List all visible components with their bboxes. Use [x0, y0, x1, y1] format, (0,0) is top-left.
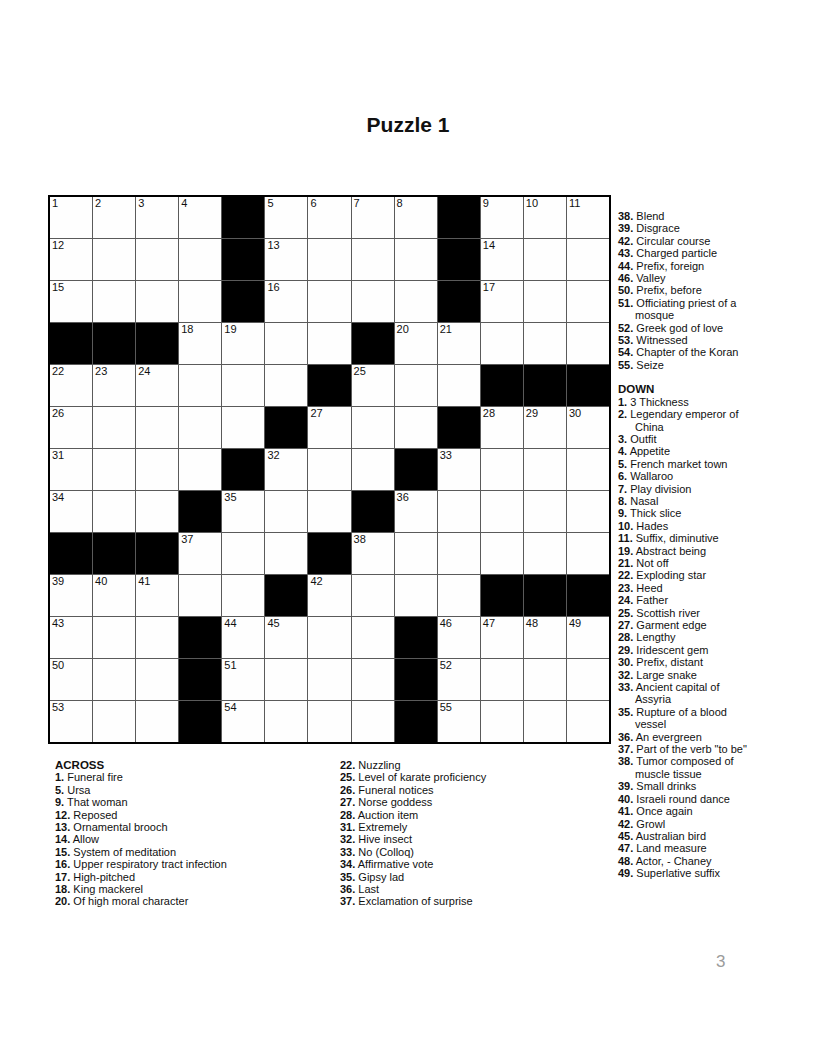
clue-number: 27. [340, 796, 355, 808]
clue-item: 2. Legendary emperor of China [618, 408, 756, 433]
grid-cell[interactable]: 55 [438, 701, 480, 742]
black-cell [136, 533, 178, 574]
grid-cell[interactable] [352, 449, 394, 490]
clue-number: 27. [618, 619, 633, 631]
black-cell [136, 323, 178, 364]
cell-clue-number: 26 [52, 407, 64, 420]
black-cell [524, 575, 566, 616]
grid-cell[interactable] [438, 575, 480, 616]
grid-cell[interactable]: 15 [50, 281, 92, 322]
grid-cell[interactable] [265, 533, 307, 574]
clue-item: 33. Ancient capital of Assyria [618, 681, 756, 706]
grid-cell[interactable] [395, 239, 437, 280]
grid-cell[interactable] [524, 281, 566, 322]
clue-number: 40. [618, 793, 633, 805]
clue-number: 37. [340, 895, 355, 907]
grid-cell[interactable] [136, 659, 178, 700]
grid-cell[interactable]: 21 [438, 323, 480, 364]
grid-cell[interactable] [438, 365, 480, 406]
grid-cell[interactable] [136, 449, 178, 490]
grid-cell[interactable] [524, 491, 566, 532]
grid-cell[interactable]: 49 [567, 617, 609, 658]
grid-cell[interactable] [352, 575, 394, 616]
cell-clue-number: 29 [526, 407, 538, 420]
grid-cell[interactable]: 31 [50, 449, 92, 490]
grid-cell[interactable]: 1 [50, 197, 92, 238]
clue-item: 9. Thick slice [618, 507, 756, 519]
black-cell [395, 617, 437, 658]
clue-number: 38. [618, 755, 633, 767]
grid-cell[interactable]: 7 [352, 197, 394, 238]
clue-number: 35. [618, 706, 633, 718]
grid-cell[interactable]: 30 [567, 407, 609, 448]
grid-cell[interactable] [222, 533, 264, 574]
cell-clue-number: 8 [397, 197, 403, 210]
cell-clue-number: 35 [224, 491, 236, 504]
grid-cell[interactable] [308, 617, 350, 658]
grid-cell[interactable] [179, 449, 221, 490]
grid-cell[interactable]: 46 [438, 617, 480, 658]
grid-cell[interactable] [179, 281, 221, 322]
cell-clue-number: 55 [440, 701, 452, 714]
grid-cell[interactable]: 4 [179, 197, 221, 238]
black-cell [308, 365, 350, 406]
grid-cell[interactable]: 50 [50, 659, 92, 700]
clue-number: 43. [618, 247, 633, 259]
clue-number: 33. [340, 846, 355, 858]
grid-cell[interactable] [93, 617, 135, 658]
grid-cell[interactable] [93, 491, 135, 532]
grid-cell[interactable]: 9 [481, 197, 523, 238]
clue-item: 28. Lengthy [618, 631, 756, 643]
grid-cell[interactable] [395, 575, 437, 616]
clue-item: 12. Reposed [55, 809, 337, 821]
black-cell [567, 365, 609, 406]
cell-clue-number: 4 [181, 197, 187, 210]
clue-number: 18. [55, 883, 70, 895]
clue-number: 15. [55, 846, 70, 858]
clue-number: 19. [618, 545, 633, 557]
clue-item: 34. Affirmative vote [340, 858, 610, 870]
clue-item: 40. Israeli round dance [618, 793, 756, 805]
clue-item: 13. Ornamental brooch [55, 821, 337, 833]
clue-number: 39. [618, 780, 633, 792]
grid-cell[interactable]: 45 [265, 617, 307, 658]
black-cell [50, 323, 92, 364]
clue-number: 42. [618, 235, 633, 247]
clue-number: 52. [618, 322, 633, 334]
grid-cell[interactable] [308, 491, 350, 532]
grid-cell[interactable]: 8 [395, 197, 437, 238]
clue-item: 15. System of meditation [55, 846, 337, 858]
clue-item: 35. Gipsy lad [340, 871, 610, 883]
grid-cell[interactable] [136, 407, 178, 448]
clue-number: 47. [618, 842, 633, 854]
black-cell [93, 533, 135, 574]
clue-number: 2. [618, 408, 627, 420]
grid-cell[interactable] [395, 407, 437, 448]
cell-clue-number: 33 [440, 449, 452, 462]
cell-clue-number: 22 [52, 365, 64, 378]
cell-clue-number: 28 [483, 407, 495, 420]
grid-cell[interactable]: 42 [308, 575, 350, 616]
clue-number: 10. [618, 520, 633, 532]
cell-clue-number: 20 [397, 323, 409, 336]
cell-clue-number: 40 [95, 575, 107, 588]
clue-item: 36. Last [340, 883, 610, 895]
grid-cell[interactable] [265, 659, 307, 700]
right-clue-column: 38. Blend39. Disgrace42. Circular course… [618, 210, 756, 880]
clue-item: 41. Once again [618, 805, 756, 817]
black-cell [481, 575, 523, 616]
grid-cell[interactable] [136, 491, 178, 532]
black-cell [222, 197, 264, 238]
across-header: ACROSS [55, 759, 337, 771]
cell-clue-number: 11 [569, 197, 580, 210]
grid-cell[interactable] [524, 701, 566, 742]
grid-cell[interactable] [352, 239, 394, 280]
across-clue-list-1: 1. Funeral fire5. Ursa9. That woman12. R… [55, 771, 337, 907]
grid-cell[interactable] [93, 239, 135, 280]
grid-cell[interactable] [136, 239, 178, 280]
clue-item: 55. Seize [618, 359, 756, 371]
cell-clue-number: 30 [569, 407, 581, 420]
clue-item: 27. Garment edge [618, 619, 756, 631]
clue-number: 29. [618, 644, 633, 656]
clue-item: 37. Exclamation of surprise [340, 895, 610, 907]
grid-cell[interactable]: 40 [93, 575, 135, 616]
grid-cell[interactable] [567, 323, 609, 364]
cell-clue-number: 2 [95, 197, 101, 210]
grid-cell[interactable] [481, 659, 523, 700]
grid-cell[interactable]: 14 [481, 239, 523, 280]
cell-clue-number: 49 [569, 617, 581, 630]
black-cell [567, 575, 609, 616]
clue-item: 53. Witnessed [618, 334, 756, 346]
clue-number: 17. [55, 871, 70, 883]
grid-cell[interactable]: 17 [481, 281, 523, 322]
clue-item: 11. Suffix, diminutive [618, 532, 756, 544]
grid-cell[interactable] [524, 659, 566, 700]
grid-cell[interactable] [524, 323, 566, 364]
cell-clue-number: 18 [181, 323, 193, 336]
grid-cell[interactable]: 26 [50, 407, 92, 448]
grid-cell[interactable]: 11 [567, 197, 609, 238]
grid-cell[interactable]: 23 [93, 365, 135, 406]
grid-cell[interactable]: 29 [524, 407, 566, 448]
grid-cell[interactable] [93, 659, 135, 700]
clue-item: 47. Land measure [618, 842, 756, 854]
clue-number: 9. [618, 507, 627, 519]
clue-item: 5. Ursa [55, 784, 337, 796]
black-cell [438, 281, 480, 322]
clue-item: 14. Allow [55, 833, 337, 845]
clue-number: 35. [340, 871, 355, 883]
across-clues-column-1: ACROSS 1. Funeral fire5. Ursa9. That wom… [55, 759, 337, 908]
black-cell [352, 491, 394, 532]
clue-item: 29. Iridescent gem [618, 644, 756, 656]
clue-number: 5. [618, 458, 627, 470]
grid-cell[interactable]: 52 [438, 659, 480, 700]
black-cell [179, 701, 221, 742]
clue-number: 1. [618, 396, 627, 408]
page-number: 3 [716, 952, 725, 972]
clue-number: 46. [618, 272, 633, 284]
across-clues-column-2: 22. Nuzzling25. Level of karate proficie… [340, 759, 610, 908]
grid-cell[interactable] [308, 659, 350, 700]
clue-item: 10. Hades [618, 520, 756, 532]
down-header: DOWN [618, 383, 756, 395]
clue-item: 3. Outfit [618, 433, 756, 445]
clue-item: 9. That woman [55, 796, 337, 808]
clue-number: 36. [340, 883, 355, 895]
grid-cell[interactable] [308, 449, 350, 490]
cell-clue-number: 19 [224, 323, 236, 336]
grid-cell[interactable] [265, 365, 307, 406]
grid-cell[interactable] [179, 407, 221, 448]
grid-cell[interactable] [395, 281, 437, 322]
clue-item: 22. Exploding star [618, 569, 756, 581]
grid-cell[interactable]: 38 [352, 533, 394, 574]
grid-cell[interactable] [524, 449, 566, 490]
grid-cell[interactable]: 16 [265, 281, 307, 322]
grid-cell[interactable]: 36 [395, 491, 437, 532]
grid-cell[interactable]: 3 [136, 197, 178, 238]
grid-cell[interactable] [308, 701, 350, 742]
grid-cell[interactable] [179, 575, 221, 616]
grid-cell[interactable] [93, 449, 135, 490]
clue-item: 32. Hive insect [340, 833, 610, 845]
clue-item: 35. Rupture of a blood vessel [618, 706, 756, 731]
cell-clue-number: 31 [52, 449, 64, 462]
clue-item: 32. Large snake [618, 669, 756, 681]
grid-cell[interactable]: 54 [222, 701, 264, 742]
grid-cell[interactable]: 37 [179, 533, 221, 574]
grid-cell[interactable] [481, 323, 523, 364]
clue-item: 37. Part of the verb "to be" [618, 743, 756, 755]
grid-cell[interactable]: 47 [481, 617, 523, 658]
clue-number: 21. [618, 557, 633, 569]
clue-number: 9. [55, 796, 64, 808]
grid-cell[interactable] [567, 533, 609, 574]
grid-cell[interactable] [352, 659, 394, 700]
clue-item: 4. Appetite [618, 445, 756, 457]
grid-cell[interactable] [136, 281, 178, 322]
grid-cell[interactable] [308, 323, 350, 364]
grid-cell[interactable]: 27 [308, 407, 350, 448]
black-cell [179, 491, 221, 532]
grid-cell[interactable] [222, 365, 264, 406]
black-cell [265, 407, 307, 448]
grid-cell[interactable]: 35 [222, 491, 264, 532]
grid-cell[interactable] [265, 323, 307, 364]
grid-cell[interactable] [438, 491, 480, 532]
clue-number: 13. [55, 821, 70, 833]
clue-number: 30. [618, 656, 633, 668]
grid-cell[interactable] [567, 491, 609, 532]
clue-number: 51. [618, 297, 633, 309]
cell-clue-number: 54 [224, 701, 236, 714]
grid-cell[interactable] [567, 701, 609, 742]
clue-number: 45. [618, 830, 633, 842]
clue-number: 4. [618, 445, 627, 457]
black-cell [352, 323, 394, 364]
grid-cell[interactable] [481, 533, 523, 574]
grid-cell[interactable] [136, 701, 178, 742]
black-cell [438, 239, 480, 280]
grid-cell[interactable] [93, 281, 135, 322]
grid-cell[interactable] [93, 407, 135, 448]
cell-clue-number: 17 [483, 281, 495, 294]
cell-clue-number: 5 [267, 197, 273, 210]
grid-cell[interactable] [524, 239, 566, 280]
grid-cell[interactable]: 43 [50, 617, 92, 658]
clue-number: 24. [618, 594, 633, 606]
grid-cell[interactable]: 32 [265, 449, 307, 490]
black-cell [265, 575, 307, 616]
grid-cell[interactable] [481, 491, 523, 532]
cell-clue-number: 45 [267, 617, 279, 630]
clue-number: 12. [55, 809, 70, 821]
clue-item: 31. Extremely [340, 821, 610, 833]
cell-clue-number: 48 [526, 617, 538, 630]
grid-cell[interactable] [352, 407, 394, 448]
grid-cell[interactable]: 12 [50, 239, 92, 280]
grid-cell[interactable] [308, 239, 350, 280]
grid-cell[interactable] [567, 239, 609, 280]
cell-clue-number: 47 [483, 617, 495, 630]
cell-clue-number: 25 [354, 365, 366, 378]
clue-number: 5. [55, 784, 64, 796]
grid-cell[interactable]: 19 [222, 323, 264, 364]
cell-clue-number: 12 [52, 239, 64, 252]
grid-cell[interactable]: 34 [50, 491, 92, 532]
black-cell [222, 239, 264, 280]
clue-item: 38. Tumor composed of muscle tissue [618, 755, 756, 780]
grid-cell[interactable] [222, 407, 264, 448]
clue-number: 38. [618, 210, 633, 222]
grid-cell[interactable]: 5 [265, 197, 307, 238]
clue-number: 7. [618, 483, 627, 495]
cell-clue-number: 52 [440, 659, 452, 672]
black-cell [179, 659, 221, 700]
clue-item: 23. Heed [618, 582, 756, 594]
clue-item: 52. Greek god of love [618, 322, 756, 334]
cell-clue-number: 37 [181, 533, 193, 546]
grid-cell[interactable]: 44 [222, 617, 264, 658]
black-cell [395, 701, 437, 742]
grid-cell[interactable]: 10 [524, 197, 566, 238]
clue-item: 33. No (Colloq) [340, 846, 610, 858]
cell-clue-number: 50 [52, 659, 64, 672]
cell-clue-number: 7 [354, 197, 360, 210]
grid-cell[interactable] [352, 701, 394, 742]
clue-item: 1. 3 Thickness [618, 396, 756, 408]
grid-cell[interactable] [179, 365, 221, 406]
grid-cell[interactable] [352, 281, 394, 322]
grid-cell[interactable]: 2 [93, 197, 135, 238]
grid-cell[interactable]: 33 [438, 449, 480, 490]
clue-item: 17. High-pitched [55, 871, 337, 883]
grid-cell[interactable]: 41 [136, 575, 178, 616]
clue-number: 31. [340, 821, 355, 833]
clue-number: 22. [340, 759, 355, 771]
down-clue-list: 1. 3 Thickness2. Legendary emperor of Ch… [618, 396, 756, 880]
clue-item: 7. Play division [618, 483, 756, 495]
clue-item: 36. An evergreen [618, 731, 756, 743]
grid-cell[interactable] [352, 617, 394, 658]
grid-cell[interactable] [438, 533, 480, 574]
clue-number: 34. [340, 858, 355, 870]
grid-cell[interactable] [136, 617, 178, 658]
black-cell [222, 449, 264, 490]
black-cell [395, 659, 437, 700]
black-cell [438, 197, 480, 238]
grid-cell[interactable]: 48 [524, 617, 566, 658]
grid-cell[interactable]: 25 [352, 365, 394, 406]
clue-number: 54. [618, 346, 633, 358]
grid-cell[interactable]: 18 [179, 323, 221, 364]
grid-cell[interactable] [308, 281, 350, 322]
grid-cell[interactable] [481, 449, 523, 490]
cell-clue-number: 3 [138, 197, 144, 210]
cell-clue-number: 53 [52, 701, 64, 714]
grid-cell[interactable]: 51 [222, 659, 264, 700]
cell-clue-number: 39 [52, 575, 64, 588]
grid-cell[interactable]: 39 [50, 575, 92, 616]
grid-cell[interactable] [395, 533, 437, 574]
clue-item: 25. Level of karate proficiency [340, 771, 610, 783]
clue-item: 22. Nuzzling [340, 759, 610, 771]
cell-clue-number: 21 [440, 323, 452, 336]
clue-item: 48. Actor, - Chaney [618, 855, 756, 867]
grid-cell[interactable] [567, 281, 609, 322]
crossword-grid: 1234567891011121314151617181920212223242… [48, 195, 611, 744]
clue-number: 6. [618, 470, 627, 482]
grid-cell[interactable]: 53 [50, 701, 92, 742]
clue-number: 44. [618, 260, 633, 272]
clue-item: 16. Upper respiratory tract infection [55, 858, 337, 870]
grid-cell[interactable] [481, 701, 523, 742]
cell-clue-number: 34 [52, 491, 64, 504]
grid-cell[interactable]: 13 [265, 239, 307, 280]
grid-cell[interactable] [567, 449, 609, 490]
grid-cell[interactable] [222, 575, 264, 616]
cell-clue-number: 51 [224, 659, 236, 672]
grid-cell[interactable] [93, 701, 135, 742]
grid-cell[interactable] [567, 659, 609, 700]
clue-item: 49. Superlative suffix [618, 867, 756, 879]
clue-number: 36. [618, 731, 633, 743]
grid-cell[interactable]: 6 [308, 197, 350, 238]
black-cell [308, 533, 350, 574]
grid-cell[interactable]: 24 [136, 365, 178, 406]
grid-cell[interactable] [395, 365, 437, 406]
grid-cell[interactable] [524, 533, 566, 574]
grid-cell[interactable]: 28 [481, 407, 523, 448]
clue-number: 22. [618, 569, 633, 581]
grid-cell[interactable]: 22 [50, 365, 92, 406]
clue-item: 21. Not off [618, 557, 756, 569]
clue-item: 18. King mackerel [55, 883, 337, 895]
clue-number: 1. [55, 771, 64, 783]
clue-item: 20. Of high moral character [55, 895, 337, 907]
grid-cell[interactable] [265, 701, 307, 742]
grid-cell[interactable] [179, 239, 221, 280]
grid-cell[interactable] [265, 491, 307, 532]
clue-number: 42. [618, 818, 633, 830]
grid-cell[interactable]: 20 [395, 323, 437, 364]
